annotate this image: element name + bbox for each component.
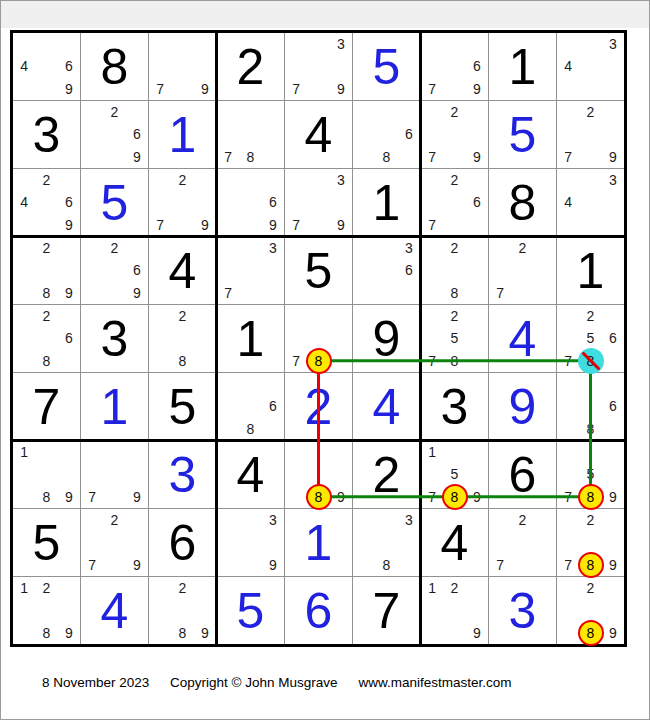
cell-r9c6[interactable]: 7 [353, 577, 420, 644]
given-digit: 5 [13, 509, 80, 576]
candidate-6: 6 [58, 327, 80, 349]
candidate-2: 2 [35, 577, 57, 599]
cell-r9c1[interactable]: 1289 [13, 577, 80, 644]
cell-r8c1[interactable]: 5 [13, 509, 80, 576]
candidate-3: 3 [262, 237, 284, 259]
cell-r8c8[interactable]: 27 [489, 509, 556, 576]
candidate-1: 1 [13, 441, 35, 463]
top-strip [1, 1, 649, 28]
cell-r3c6[interactable]: 1 [353, 169, 420, 236]
given-digit: 8 [489, 169, 556, 236]
candidate-4: 4 [557, 191, 579, 213]
given-digit: 1 [353, 169, 420, 236]
candidate-9: 9 [58, 282, 80, 304]
cell-r7c3[interactable]: 3 [149, 441, 216, 508]
cell-r7c4[interactable]: 4 [217, 441, 284, 508]
candidate-7: 7 [421, 146, 443, 168]
cell-r2c2[interactable]: 269 [81, 101, 148, 168]
candidate-4: 4 [557, 55, 579, 77]
candidate-6: 6 [126, 259, 148, 281]
candidate-3: 3 [330, 33, 352, 55]
candidate-9: 9 [330, 486, 352, 508]
candidate-7: 7 [217, 282, 239, 304]
candidate-7: 7 [557, 486, 579, 508]
cell-r3c2[interactable]: 5 [81, 169, 148, 236]
candidate-7: 7 [489, 282, 511, 304]
box-border-horizontal-1 [13, 235, 624, 238]
given-digit: 3 [81, 305, 148, 372]
candidate-8: 8 [35, 350, 57, 372]
candidate-7: 7 [557, 350, 579, 372]
cell-r5c4[interactable]: 1 [217, 305, 284, 372]
given-digit: 3 [421, 373, 488, 440]
candidate-7: 7 [421, 214, 443, 236]
cell-r6c5[interactable]: 2 [285, 373, 352, 440]
solved-digit: 5 [81, 169, 148, 236]
cell-r5c6[interactable]: 9 [353, 305, 420, 372]
solved-digit: 3 [489, 577, 556, 644]
candidate-8: 8 [35, 622, 57, 644]
candidate-9: 9 [126, 146, 148, 168]
cell-r5c7[interactable]: 2578 [421, 305, 488, 372]
candidate-2: 2 [579, 305, 601, 327]
cell-r1c2[interactable]: 8 [81, 33, 148, 100]
cell-r7c6[interactable]: 2 [353, 441, 420, 508]
candidate-7: 7 [421, 78, 443, 100]
candidate-7: 7 [557, 146, 579, 168]
cell-r1c6[interactable]: 5 [353, 33, 420, 100]
candidate-6: 6 [126, 123, 148, 145]
cell-r6c8[interactable]: 9 [489, 373, 556, 440]
candidate-2: 2 [443, 305, 465, 327]
candidate-2: 2 [171, 577, 193, 599]
solved-digit: 6 [285, 577, 352, 644]
box-border-horizontal-2 [13, 439, 624, 442]
candidate-text: 8 [315, 489, 323, 505]
cell-r1c7[interactable]: 679 [421, 33, 488, 100]
given-digit: 2 [217, 33, 284, 100]
cell-r6c6[interactable]: 4 [353, 373, 420, 440]
cell-r5c9[interactable]: 25678 [557, 305, 624, 372]
eliminated-candidate-8: 8 [578, 348, 604, 374]
given-digit: 8 [81, 33, 148, 100]
candidate-9: 9 [58, 486, 80, 508]
given-digit: 7 [353, 577, 420, 644]
candidate-2: 2 [171, 305, 193, 327]
candidate-text: 8 [587, 489, 595, 505]
cell-r7c5[interactable]: 89 [285, 441, 352, 508]
candidate-6: 6 [58, 191, 80, 213]
candidate-7: 7 [217, 146, 239, 168]
cell-r9c7[interactable]: 129 [421, 577, 488, 644]
cell-r4c2[interactable]: 269 [81, 237, 148, 304]
sudoku-diagram: 4698792379567913432691784682795279246952… [0, 0, 650, 720]
candidate-3: 3 [602, 33, 624, 55]
candidate-2: 2 [171, 169, 193, 191]
cell-r6c9[interactable]: 68 [557, 373, 624, 440]
candidate-2: 2 [103, 237, 125, 259]
cell-r6c2[interactable]: 1 [81, 373, 148, 440]
candidate-7: 7 [285, 350, 307, 372]
cell-r4c5[interactable]: 5 [285, 237, 352, 304]
cell-r5c2[interactable]: 3 [81, 305, 148, 372]
solved-digit: 2 [285, 373, 352, 440]
given-digit: 5 [149, 373, 216, 440]
candidate-7: 7 [421, 350, 443, 372]
solved-digit: 1 [285, 509, 352, 576]
candidate-9: 9 [194, 622, 216, 644]
cell-r1c1[interactable]: 469 [13, 33, 80, 100]
cell-r3c1[interactable]: 2469 [13, 169, 80, 236]
cell-r5c5[interactable]: 78 [285, 305, 352, 372]
highlighted-candidate-8: 8 [306, 348, 332, 374]
candidate-6: 6 [466, 55, 488, 77]
candidate-1: 1 [421, 441, 443, 463]
cell-r4c9[interactable]: 1 [557, 237, 624, 304]
cell-r2c8[interactable]: 5 [489, 101, 556, 168]
cell-r6c4[interactable]: 68 [217, 373, 284, 440]
candidate-2: 2 [443, 237, 465, 259]
candidate-6: 6 [58, 55, 80, 77]
given-digit: 5 [285, 237, 352, 304]
solved-digit: 4 [353, 373, 420, 440]
candidate-2: 2 [103, 509, 125, 531]
given-digit: 1 [217, 305, 284, 372]
candidate-9: 9 [466, 78, 488, 100]
cell-r6c7[interactable]: 3 [421, 373, 488, 440]
candidate-7: 7 [489, 554, 511, 576]
candidate-9: 9 [602, 622, 624, 644]
given-digit: 1 [557, 237, 624, 304]
cell-r1c4[interactable]: 2 [217, 33, 284, 100]
cell-r2c1[interactable]: 3 [13, 101, 80, 168]
cell-r2c3[interactable]: 1 [149, 101, 216, 168]
cell-r3c5[interactable]: 379 [285, 169, 352, 236]
solved-digit: 3 [149, 441, 216, 508]
box-border-vertical-1 [215, 33, 218, 644]
candidate-3: 3 [602, 169, 624, 191]
candidate-7: 7 [285, 214, 307, 236]
candidate-8: 8 [579, 418, 601, 440]
solved-digit: 1 [81, 373, 148, 440]
cell-r9c4[interactable]: 5 [217, 577, 284, 644]
candidate-8: 8 [443, 282, 465, 304]
candidate-9: 9 [330, 78, 352, 100]
cell-r7c7[interactable]: 15789 [421, 441, 488, 508]
candidate-6: 6 [602, 327, 624, 349]
candidate-7: 7 [557, 554, 579, 576]
cell-r8c2[interactable]: 279 [81, 509, 148, 576]
cell-r5c3[interactable]: 28 [149, 305, 216, 372]
solved-digit: 1 [149, 101, 216, 168]
footer-website: www.manifestmaster.com [358, 675, 511, 690]
candidate-text: 8 [587, 557, 595, 573]
candidate-4: 4 [13, 191, 35, 213]
given-digit: 6 [489, 441, 556, 508]
candidate-9: 9 [262, 554, 284, 576]
candidate-2: 2 [511, 509, 533, 531]
candidate-9: 9 [466, 146, 488, 168]
candidate-9: 9 [602, 146, 624, 168]
candidate-2: 2 [511, 237, 533, 259]
candidate-8: 8 [239, 418, 261, 440]
sudoku-grid: 4698792379567913432691784682795279246952… [13, 33, 624, 644]
cell-r3c7[interactable]: 267 [421, 169, 488, 236]
candidate-text: 8 [315, 353, 323, 369]
candidate-8: 8 [171, 350, 193, 372]
candidate-9: 9 [194, 78, 216, 100]
candidate-3: 3 [398, 237, 420, 259]
candidate-6: 6 [602, 395, 624, 417]
candidate-8: 8 [375, 554, 397, 576]
solved-digit: 4 [489, 305, 556, 372]
cell-r1c9[interactable]: 34 [557, 33, 624, 100]
cell-r2c4[interactable]: 78 [217, 101, 284, 168]
cell-r9c2[interactable]: 4 [81, 577, 148, 644]
candidate-7: 7 [285, 78, 307, 100]
candidate-5: 5 [579, 463, 601, 485]
candidate-7: 7 [421, 486, 443, 508]
candidate-text: 8 [451, 489, 459, 505]
cell-r7c2[interactable]: 79 [81, 441, 148, 508]
given-digit: 4 [285, 101, 352, 168]
solved-digit: 9 [489, 373, 556, 440]
candidate-7: 7 [81, 486, 103, 508]
cell-r3c4[interactable]: 69 [217, 169, 284, 236]
cell-r7c8[interactable]: 6 [489, 441, 556, 508]
given-digit: 4 [149, 237, 216, 304]
candidate-9: 9 [194, 214, 216, 236]
highlighted-candidate-8: 8 [306, 484, 332, 510]
candidate-9: 9 [262, 214, 284, 236]
candidate-9: 9 [330, 214, 352, 236]
cell-r9c8[interactable]: 3 [489, 577, 556, 644]
candidate-9: 9 [126, 554, 148, 576]
cell-r9c5[interactable]: 6 [285, 577, 352, 644]
cell-r1c8[interactable]: 1 [489, 33, 556, 100]
cell-r8c7[interactable]: 4 [421, 509, 488, 576]
candidate-7: 7 [149, 78, 171, 100]
footer-date: 8 November 2023 [42, 675, 149, 690]
cell-r5c8[interactable]: 4 [489, 305, 556, 372]
candidate-3: 3 [330, 169, 352, 191]
candidate-6: 6 [262, 395, 284, 417]
cell-r3c3[interactable]: 279 [149, 169, 216, 236]
footer-caption: 8 November 2023 Copyright © John Musgrav… [42, 675, 511, 690]
candidate-7: 7 [149, 214, 171, 236]
cell-r5c1[interactable]: 268 [13, 305, 80, 372]
cell-r8c6[interactable]: 38 [353, 509, 420, 576]
footer-copyright: Copyright © John Musgrave [170, 675, 338, 690]
given-digit: 7 [13, 373, 80, 440]
cell-r2c5[interactable]: 4 [285, 101, 352, 168]
candidate-4: 4 [13, 55, 35, 77]
cell-r4c7[interactable]: 28 [421, 237, 488, 304]
candidate-1: 1 [13, 577, 35, 599]
cell-r8c3[interactable]: 6 [149, 509, 216, 576]
given-digit: 4 [421, 509, 488, 576]
solved-digit: 5 [353, 33, 420, 100]
given-digit: 9 [353, 305, 420, 372]
candidate-9: 9 [58, 214, 80, 236]
candidate-2: 2 [35, 237, 57, 259]
solved-digit: 5 [217, 577, 284, 644]
box-border-vertical-2 [419, 33, 422, 644]
cell-r2c9[interactable]: 279 [557, 101, 624, 168]
candidate-2: 2 [443, 101, 465, 123]
candidate-8: 8 [35, 282, 57, 304]
candidate-8: 8 [443, 350, 465, 372]
candidate-9: 9 [58, 78, 80, 100]
highlighted-candidate-8: 8 [442, 484, 468, 510]
candidate-8: 8 [171, 622, 193, 644]
cell-r4c6[interactable]: 36 [353, 237, 420, 304]
given-digit: 2 [353, 441, 420, 508]
cell-r6c1[interactable]: 7 [13, 373, 80, 440]
candidate-6: 6 [398, 123, 420, 145]
candidate-5: 5 [443, 463, 465, 485]
candidate-2: 2 [443, 169, 465, 191]
candidate-5: 5 [579, 327, 601, 349]
cell-r2c7[interactable]: 279 [421, 101, 488, 168]
cell-r4c3[interactable]: 4 [149, 237, 216, 304]
cell-r3c9[interactable]: 34 [557, 169, 624, 236]
given-digit: 3 [13, 101, 80, 168]
candidate-3: 3 [262, 509, 284, 531]
cell-r6c3[interactable]: 5 [149, 373, 216, 440]
cell-r7c1[interactable]: 189 [13, 441, 80, 508]
candidate-9: 9 [126, 282, 148, 304]
cell-r8c5[interactable]: 1 [285, 509, 352, 576]
candidate-8: 8 [239, 146, 261, 168]
candidate-9: 9 [602, 554, 624, 576]
candidate-9: 9 [58, 622, 80, 644]
highlighted-candidate-8: 8 [578, 620, 604, 646]
candidate-2: 2 [579, 101, 601, 123]
candidate-2: 2 [35, 305, 57, 327]
candidate-9: 9 [602, 486, 624, 508]
cell-r9c3[interactable]: 289 [149, 577, 216, 644]
candidate-5: 5 [443, 327, 465, 349]
candidate-6: 6 [466, 191, 488, 213]
cell-r9c9[interactable]: 289 [557, 577, 624, 644]
candidate-8: 8 [375, 146, 397, 168]
cell-r8c4[interactable]: 39 [217, 509, 284, 576]
sudoku-board: 4698792379567913432691784682795279246952… [10, 30, 627, 647]
highlighted-candidate-8: 8 [578, 552, 604, 578]
solved-digit: 5 [489, 101, 556, 168]
given-digit: 4 [217, 441, 284, 508]
candidate-2: 2 [35, 169, 57, 191]
candidate-text: 8 [587, 625, 595, 641]
cell-r3c8[interactable]: 8 [489, 169, 556, 236]
cell-r1c3[interactable]: 79 [149, 33, 216, 100]
candidate-2: 2 [579, 509, 601, 531]
cell-r1c5[interactable]: 379 [285, 33, 352, 100]
given-digit: 1 [489, 33, 556, 100]
highlighted-candidate-8: 8 [578, 484, 604, 510]
candidate-2: 2 [443, 577, 465, 599]
candidate-6: 6 [398, 259, 420, 281]
candidate-2: 2 [103, 101, 125, 123]
cell-r4c8[interactable]: 27 [489, 237, 556, 304]
candidate-9: 9 [466, 486, 488, 508]
cell-r8c9[interactable]: 2789 [557, 509, 624, 576]
given-digit: 6 [149, 509, 216, 576]
solved-digit: 4 [81, 577, 148, 644]
cell-r4c1[interactable]: 289 [13, 237, 80, 304]
cell-r2c6[interactable]: 68 [353, 101, 420, 168]
candidate-1: 1 [421, 577, 443, 599]
candidate-9: 9 [466, 622, 488, 644]
candidate-6: 6 [262, 191, 284, 213]
candidate-9: 9 [126, 486, 148, 508]
cell-r7c9[interactable]: 5789 [557, 441, 624, 508]
candidate-3: 3 [398, 509, 420, 531]
cell-r4c4[interactable]: 37 [217, 237, 284, 304]
candidate-2: 2 [579, 577, 601, 599]
candidate-7: 7 [81, 554, 103, 576]
candidate-8: 8 [35, 486, 57, 508]
